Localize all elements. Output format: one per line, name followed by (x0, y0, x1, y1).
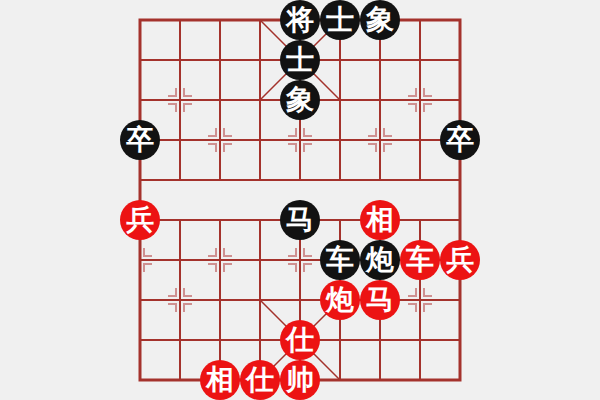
piece-red-elephant[interactable]: 相 (200, 360, 240, 400)
piece-black-pawn[interactable]: 卒 (440, 120, 480, 160)
piece-red-cannon[interactable]: 炮 (320, 280, 360, 320)
piece-red-pawn[interactable]: 兵 (120, 200, 160, 240)
piece-black-horse[interactable]: 马 (280, 200, 320, 240)
pieces-layer: 将士象士象卒卒马车炮兵相车兵炮马仕相仕帅 (0, 0, 600, 400)
piece-black-elephant[interactable]: 象 (360, 0, 400, 40)
piece-black-pawn[interactable]: 卒 (120, 120, 160, 160)
piece-black-cannon[interactable]: 炮 (360, 240, 400, 280)
piece-black-chariot[interactable]: 车 (320, 240, 360, 280)
piece-red-elephant[interactable]: 相 (360, 200, 400, 240)
piece-red-advisor[interactable]: 仕 (240, 360, 280, 400)
piece-black-elephant[interactable]: 象 (280, 80, 320, 120)
piece-red-general[interactable]: 帅 (280, 360, 320, 400)
piece-black-advisor[interactable]: 士 (280, 40, 320, 80)
piece-black-general[interactable]: 将 (280, 0, 320, 40)
piece-black-advisor[interactable]: 士 (320, 0, 360, 40)
piece-red-pawn[interactable]: 兵 (440, 240, 480, 280)
piece-red-horse[interactable]: 马 (360, 280, 400, 320)
piece-red-advisor[interactable]: 仕 (280, 320, 320, 360)
piece-red-chariot[interactable]: 车 (400, 240, 440, 280)
xiangqi-board-area: 将士象士象卒卒马车炮兵相车兵炮马仕相仕帅 (0, 0, 600, 400)
